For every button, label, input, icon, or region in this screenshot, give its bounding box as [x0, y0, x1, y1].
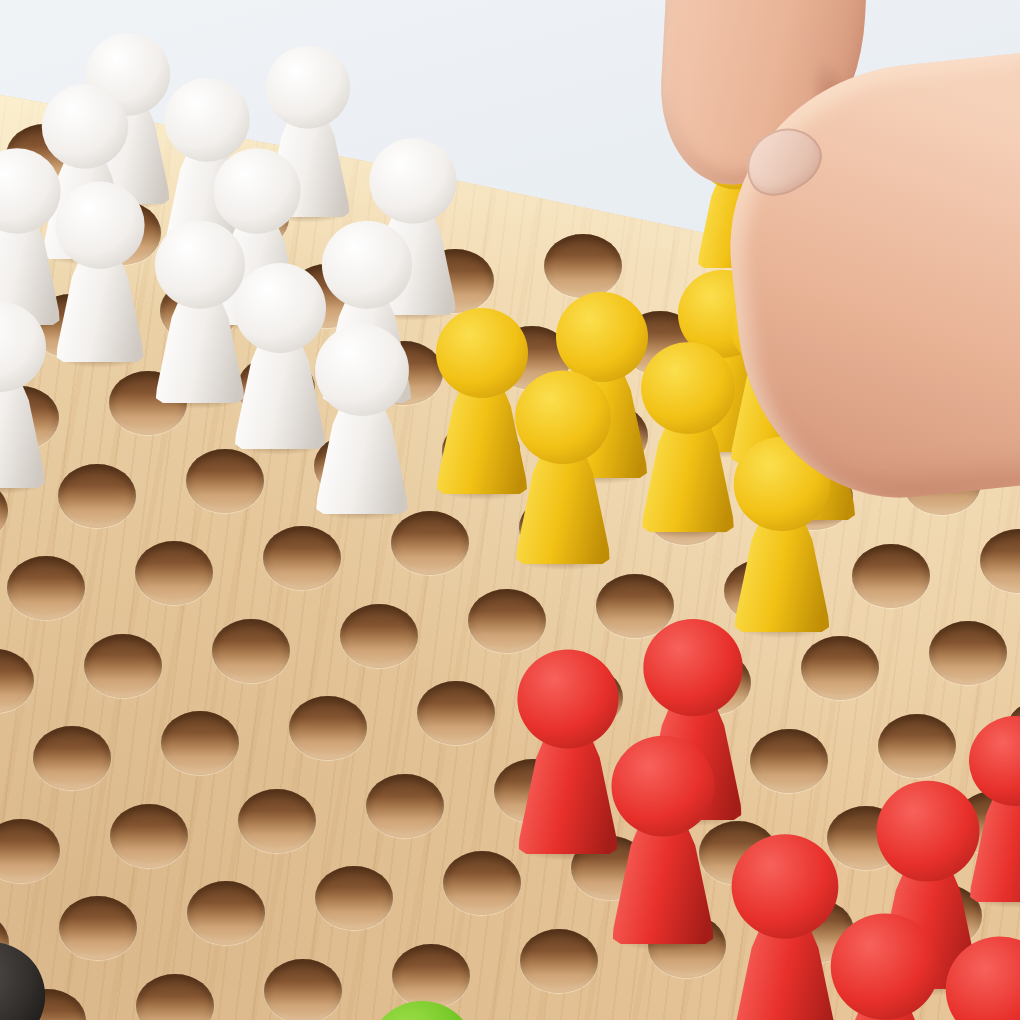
board-hole	[801, 636, 879, 700]
board-hole	[929, 621, 1007, 685]
board-hole	[315, 866, 393, 930]
board-hole	[289, 696, 367, 760]
peg-yellow[interactable]	[639, 342, 737, 532]
peg-head	[369, 138, 456, 224]
peg-head	[641, 342, 735, 434]
peg-head	[732, 834, 839, 938]
peg-white[interactable]	[313, 324, 411, 514]
board-hole	[263, 526, 341, 590]
board-hole	[366, 774, 444, 838]
peg-green[interactable]	[367, 1001, 477, 1020]
board-hole	[980, 529, 1020, 593]
board-hole	[417, 681, 495, 745]
board-hole	[391, 511, 469, 575]
peg-white[interactable]	[0, 302, 48, 488]
peg-head	[315, 324, 409, 416]
board-hole	[187, 881, 265, 945]
board-hole	[264, 959, 342, 1020]
peg-red[interactable]	[943, 937, 1020, 1020]
board-hole	[136, 974, 214, 1020]
peg-black[interactable]	[0, 942, 48, 1020]
board-hole	[135, 541, 213, 605]
peg-head	[369, 1001, 475, 1020]
peg-head	[322, 221, 412, 309]
board-hole	[59, 896, 137, 960]
peg-red[interactable]	[609, 736, 717, 944]
photo-scene	[0, 0, 1020, 1020]
board-hole	[161, 711, 239, 775]
board-hole	[58, 464, 136, 528]
peg-red[interactable]	[729, 834, 840, 1020]
peg-white[interactable]	[53, 182, 146, 362]
board-hole	[110, 804, 188, 868]
peg-head	[876, 781, 979, 882]
peg-head	[0, 942, 45, 1020]
peg-head	[515, 371, 611, 465]
board-hole	[0, 819, 60, 883]
board-hole	[84, 634, 162, 698]
peg-head	[0, 148, 61, 234]
peg-head	[517, 649, 618, 748]
peg-head	[611, 736, 714, 837]
board-hole	[443, 851, 521, 915]
board-hole	[0, 649, 34, 713]
peg-head	[643, 619, 742, 716]
board-hole	[340, 604, 418, 668]
board-hole	[212, 619, 290, 683]
peg-head	[556, 292, 648, 382]
board-hole	[852, 544, 930, 608]
peg-yellow[interactable]	[513, 371, 613, 564]
board-hole	[520, 929, 598, 993]
board-hole	[7, 556, 85, 620]
peg-head	[0, 302, 46, 392]
board-hole	[186, 449, 264, 513]
peg-head	[831, 914, 940, 1020]
peg-red[interactable]	[828, 914, 941, 1020]
board-hole	[544, 234, 622, 298]
peg-red[interactable]	[515, 649, 621, 854]
board-hole	[33, 726, 111, 790]
peg-head	[946, 937, 1020, 1020]
board-hole	[238, 789, 316, 853]
peg-head	[266, 46, 351, 129]
board-hole	[392, 944, 470, 1008]
peg-head	[55, 182, 144, 269]
board-hole	[878, 714, 956, 778]
board-hole	[750, 729, 828, 793]
board-hole	[468, 589, 546, 653]
